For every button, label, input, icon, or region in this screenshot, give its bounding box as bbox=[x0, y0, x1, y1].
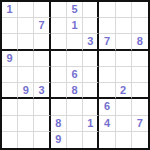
cell-empty-r4c7[interactable] bbox=[99, 51, 115, 67]
cell-empty-r4c9[interactable] bbox=[132, 51, 148, 67]
cell-empty-r6c7[interactable] bbox=[99, 83, 115, 99]
cell-empty-r5c9[interactable] bbox=[132, 67, 148, 83]
cell-empty-r5c4[interactable] bbox=[51, 67, 67, 83]
cell-empty-r1c4[interactable] bbox=[51, 2, 67, 18]
cell-empty-r6c4[interactable] bbox=[51, 83, 67, 99]
cell-given-r3c6[interactable]: 3 bbox=[83, 34, 99, 50]
cell-empty-r7c6[interactable] bbox=[83, 99, 99, 115]
cell-given-r8c7[interactable]: 4 bbox=[99, 116, 115, 132]
cell-empty-r6c1[interactable] bbox=[2, 83, 18, 99]
cell-empty-r7c2[interactable] bbox=[18, 99, 34, 115]
cell-given-r6c5[interactable]: 8 bbox=[67, 83, 83, 99]
cell-empty-r5c7[interactable] bbox=[99, 67, 115, 83]
cell-empty-r2c6[interactable] bbox=[83, 18, 99, 34]
cell-empty-r5c6[interactable] bbox=[83, 67, 99, 83]
cell-empty-r4c2[interactable] bbox=[18, 51, 34, 67]
cell-empty-r2c2[interactable] bbox=[18, 18, 34, 34]
cell-empty-r1c6[interactable] bbox=[83, 2, 99, 18]
cell-empty-r7c5[interactable] bbox=[67, 99, 83, 115]
cell-empty-r3c4[interactable] bbox=[51, 34, 67, 50]
cell-given-r6c3[interactable]: 3 bbox=[34, 83, 50, 99]
cell-empty-r5c1[interactable] bbox=[2, 67, 18, 83]
cell-empty-r4c5[interactable] bbox=[67, 51, 83, 67]
cell-empty-r7c3[interactable] bbox=[34, 99, 50, 115]
cell-empty-r9c7[interactable] bbox=[99, 132, 115, 148]
cell-empty-r4c4[interactable] bbox=[51, 51, 67, 67]
cell-empty-r7c1[interactable] bbox=[2, 99, 18, 115]
cell-empty-r1c8[interactable] bbox=[116, 2, 132, 18]
cell-empty-r2c7[interactable] bbox=[99, 18, 115, 34]
cell-empty-r5c2[interactable] bbox=[18, 67, 34, 83]
cell-empty-r4c3[interactable] bbox=[34, 51, 50, 67]
cell-given-r2c3[interactable]: 7 bbox=[34, 18, 50, 34]
cell-empty-r4c6[interactable] bbox=[83, 51, 99, 67]
cell-given-r8c6[interactable]: 1 bbox=[83, 116, 99, 132]
cell-empty-r1c9[interactable] bbox=[132, 2, 148, 18]
cell-given-r9c9[interactable] bbox=[132, 132, 148, 148]
cell-empty-r2c4[interactable] bbox=[51, 18, 67, 34]
cell-empty-r7c4[interactable] bbox=[51, 99, 67, 115]
cell-empty-r9c5[interactable] bbox=[67, 132, 83, 148]
cell-given-r6c8[interactable]: 2 bbox=[116, 83, 132, 99]
cell-empty-r2c1[interactable] bbox=[2, 18, 18, 34]
cell-empty-r9c2[interactable] bbox=[18, 132, 34, 148]
cell-empty-r8c3[interactable] bbox=[34, 116, 50, 132]
cell-empty-r2c9[interactable] bbox=[132, 18, 148, 34]
cell-given-r2c5[interactable]: 1 bbox=[67, 18, 83, 34]
cell-empty-r1c3[interactable] bbox=[34, 2, 50, 18]
cell-empty-r1c7[interactable] bbox=[99, 2, 115, 18]
cell-empty-r8c2[interactable] bbox=[18, 116, 34, 132]
cell-given-r9c8[interactable] bbox=[116, 132, 132, 148]
cell-empty-r3c8[interactable] bbox=[116, 34, 132, 50]
cell-given-r9c4[interactable]: 9 bbox=[51, 132, 67, 148]
cell-given-r7c7[interactable]: 6 bbox=[99, 99, 115, 115]
cell-given-r5c5[interactable]: 6 bbox=[67, 67, 83, 83]
cell-empty-r9c3[interactable] bbox=[34, 132, 50, 148]
cell-empty-r8c5[interactable] bbox=[67, 116, 83, 132]
cell-given-r3c9[interactable]: 8 bbox=[132, 34, 148, 50]
cell-empty-r5c3[interactable] bbox=[34, 67, 50, 83]
cell-empty-r8c8[interactable] bbox=[116, 116, 132, 132]
cell-empty-r8c1[interactable] bbox=[2, 116, 18, 132]
cell-given-r8c4[interactable]: 8 bbox=[51, 116, 67, 132]
cell-empty-r3c1[interactable] bbox=[2, 34, 18, 50]
cell-given-r1c5[interactable]: 5 bbox=[67, 2, 83, 18]
cell-empty-r7c9[interactable] bbox=[132, 99, 148, 115]
cell-empty-r3c2[interactable] bbox=[18, 34, 34, 50]
cell-empty-r6c6[interactable] bbox=[83, 83, 99, 99]
cell-empty-r6c9[interactable] bbox=[132, 83, 148, 99]
cell-given-r8c9[interactable]: 7 bbox=[132, 116, 148, 132]
cell-given-r1c1[interactable]: 1 bbox=[2, 2, 18, 18]
cell-given-r4c1[interactable]: 9 bbox=[2, 51, 18, 67]
cell-empty-r4c8[interactable] bbox=[116, 51, 132, 67]
cell-empty-r3c3[interactable] bbox=[34, 34, 50, 50]
cell-given-r3c7[interactable]: 7 bbox=[99, 34, 115, 50]
cell-empty-r9c6[interactable] bbox=[83, 132, 99, 148]
cell-empty-r5c8[interactable] bbox=[116, 67, 132, 83]
cell-empty-r2c8[interactable] bbox=[116, 18, 132, 34]
cell-empty-r3c5[interactable] bbox=[67, 34, 83, 50]
cell-empty-r7c8[interactable] bbox=[116, 99, 132, 115]
cell-empty-r1c2[interactable] bbox=[18, 2, 34, 18]
cell-empty-r9c1[interactable] bbox=[2, 132, 18, 148]
sudoku-board: 1571378969382681479 bbox=[0, 0, 150, 150]
cell-given-r6c2[interactable]: 9 bbox=[18, 83, 34, 99]
